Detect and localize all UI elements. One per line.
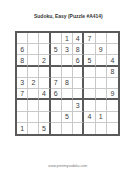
- sudoku-cell-r7c7: [84, 100, 95, 111]
- sudoku-cell-r2c2: [28, 44, 39, 55]
- sudoku-cell-r9c6: [73, 123, 84, 134]
- sudoku-cell-r2c3: [39, 44, 50, 55]
- sudoku-cell-r8c4: [51, 112, 62, 123]
- sudoku-cell-r5c6: [73, 78, 84, 89]
- sudoku-cell-r1c3: [39, 33, 50, 44]
- sudoku-cell-r7c6: 3: [73, 100, 84, 111]
- sudoku-cell-r6c9: 9: [107, 89, 118, 100]
- sudoku-cell-r5c7: [84, 78, 95, 89]
- sudoku-cell-r9c9: [107, 123, 118, 134]
- sudoku-cell-r2c9: [107, 44, 118, 55]
- sudoku-cell-r5c9: [107, 78, 118, 89]
- sudoku-cell-r2c1: 6: [17, 44, 28, 55]
- sudoku-cell-r5c1: 3: [17, 78, 28, 89]
- sudoku-cell-r7c3: [39, 100, 50, 111]
- sudoku-page: Sudoku, Easy (Puzzle #A414) 147653898265…: [0, 0, 136, 176]
- sudoku-cell-r3c8: [96, 55, 107, 66]
- sudoku-cell-r8c6: [73, 112, 84, 123]
- sudoku-cell-r3c7: 5: [84, 55, 95, 66]
- sudoku-cell-r2c6: 8: [73, 44, 84, 55]
- sudoku-cell-r2c8: 9: [96, 44, 107, 55]
- sudoku-cell-r5c5: 8: [62, 78, 73, 89]
- sudoku-cell-r1c5: 1: [62, 33, 73, 44]
- sudoku-cell-r6c3: 4: [39, 89, 50, 100]
- sudoku-cell-r9c2: [28, 123, 39, 134]
- footer-url: www.printmysudoku.com: [49, 163, 88, 167]
- sudoku-cell-r4c9: 8: [107, 67, 118, 78]
- sudoku-cell-r4c6: [73, 67, 84, 78]
- sudoku-cell-r8c5: 5: [62, 112, 73, 123]
- sudoku-cell-r7c4: [51, 100, 62, 111]
- sudoku-cell-r6c6: [73, 89, 84, 100]
- sudoku-cell-r9c1: 1: [17, 123, 28, 134]
- sudoku-cell-r8c1: [17, 112, 28, 123]
- sudoku-cell-r5c4: 7: [51, 78, 62, 89]
- sudoku-cell-r3c5: [62, 55, 73, 66]
- sudoku-cell-r6c4: 6: [51, 89, 62, 100]
- page-title-text: Sudoku, Easy (Puzzle #A414): [34, 13, 103, 19]
- sudoku-cell-r4c3: [39, 67, 50, 78]
- sudoku-cell-r1c2: [28, 33, 39, 44]
- sudoku-cell-r6c5: [62, 89, 73, 100]
- sudoku-cell-r9c5: [62, 123, 73, 134]
- sudoku-cell-r5c3: [39, 78, 50, 89]
- sudoku-cell-r3c3: 2: [39, 55, 50, 66]
- sudoku-cell-r1c4: [51, 33, 62, 44]
- page-title: Sudoku, Easy (Puzzle #A414): [0, 10, 136, 22]
- sudoku-cell-r1c9: [107, 33, 118, 44]
- footer: www.printmysudoku.com: [0, 160, 136, 170]
- sudoku-cell-r9c3: 5: [39, 123, 50, 134]
- sudoku-cell-r4c1: [17, 67, 28, 78]
- sudoku-cell-r4c2: [28, 67, 39, 78]
- sudoku-cell-r5c2: 2: [28, 78, 39, 89]
- sudoku-cell-r4c8: [96, 67, 107, 78]
- sudoku-grid: 1476538982654832787469354115: [15, 31, 120, 136]
- sudoku-cell-r4c7: [84, 67, 95, 78]
- sudoku-cell-r3c2: [28, 55, 39, 66]
- sudoku-cell-r6c2: [28, 89, 39, 100]
- sudoku-cell-r2c4: 5: [51, 44, 62, 55]
- sudoku-cell-r9c7: [84, 123, 95, 134]
- sudoku-cell-r8c3: [39, 112, 50, 123]
- sudoku-cell-r7c8: [96, 100, 107, 111]
- sudoku-cell-r4c4: [51, 67, 62, 78]
- sudoku-cell-r3c9: 4: [107, 55, 118, 66]
- sudoku-cell-r7c2: [28, 100, 39, 111]
- sudoku-cell-r6c7: [84, 89, 95, 100]
- sudoku-cell-r3c4: [51, 55, 62, 66]
- sudoku-cell-r3c1: 8: [17, 55, 28, 66]
- sudoku-cell-r4c5: [62, 67, 73, 78]
- sudoku-cell-r7c9: [107, 100, 118, 111]
- sudoku-cell-r7c1: [17, 100, 28, 111]
- sudoku-cell-r1c7: 7: [84, 33, 95, 44]
- sudoku-cell-r9c8: [96, 123, 107, 134]
- sudoku-cell-r6c8: [96, 89, 107, 100]
- sudoku-cell-r8c2: [28, 112, 39, 123]
- sudoku-cell-r7c5: [62, 100, 73, 111]
- sudoku-cell-r2c7: [84, 44, 95, 55]
- sudoku-cell-r9c4: [51, 123, 62, 134]
- sudoku-cell-r1c6: 4: [73, 33, 84, 44]
- sudoku-cell-r1c8: [96, 33, 107, 44]
- sudoku-cell-r6c1: 7: [17, 89, 28, 100]
- sudoku-cell-r3c6: 6: [73, 55, 84, 66]
- sudoku-cell-r5c8: [96, 78, 107, 89]
- sudoku-cell-r1c1: [17, 33, 28, 44]
- sudoku-cell-r8c9: [107, 112, 118, 123]
- sudoku-cell-r8c8: 1: [96, 112, 107, 123]
- sudoku-cell-r2c5: 3: [62, 44, 73, 55]
- sudoku-cell-r8c7: 4: [84, 112, 95, 123]
